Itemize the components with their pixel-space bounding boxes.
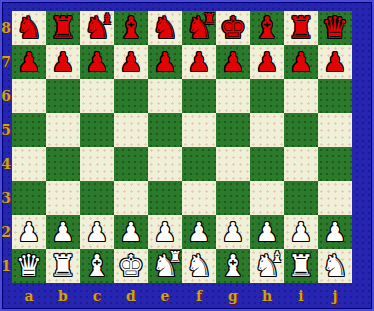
piece-white-king[interactable]: ♚ (114, 249, 148, 283)
square-c4[interactable] (80, 147, 114, 181)
square-j8[interactable]: ♛ (318, 11, 352, 45)
rank-label-6: 6 (0, 79, 12, 113)
square-g4[interactable] (216, 147, 250, 181)
file-label-d: d (114, 286, 148, 306)
square-h7[interactable]: ♟ (250, 45, 284, 79)
square-a6[interactable] (12, 79, 46, 113)
square-i2[interactable]: ♟ (284, 215, 318, 249)
piece-white-rook[interactable]: ♜ (284, 249, 318, 283)
square-j5[interactable] (318, 113, 352, 147)
square-g6[interactable] (216, 79, 250, 113)
square-e5[interactable] (148, 113, 182, 147)
square-f6[interactable] (182, 79, 216, 113)
square-d6[interactable] (114, 79, 148, 113)
square-g5[interactable] (216, 113, 250, 147)
square-f3[interactable] (182, 181, 216, 215)
square-b7[interactable]: ♟ (46, 45, 80, 79)
square-e1[interactable]: ♞♜ (148, 249, 182, 283)
square-d5[interactable] (114, 113, 148, 147)
piece-white-pawn[interactable]: ♟ (284, 215, 318, 249)
piece-white-bishop[interactable]: ♝ (216, 249, 250, 283)
piece-red-pawn[interactable]: ♟ (46, 45, 80, 79)
piece-red-pawn[interactable]: ♟ (250, 45, 284, 79)
square-a7[interactable]: ♟ (12, 45, 46, 79)
square-f4[interactable] (182, 147, 216, 181)
square-d8[interactable]: ♝ (114, 11, 148, 45)
square-b5[interactable] (46, 113, 80, 147)
rook-emblem-icon: ♜ (203, 12, 216, 27)
piece-white-knight[interactable]: ♞ (318, 249, 352, 283)
square-j7[interactable]: ♟ (318, 45, 352, 79)
square-i6[interactable] (284, 79, 318, 113)
square-a4[interactable] (12, 147, 46, 181)
file-label-c: c (80, 286, 114, 306)
rank-label-8: 8 (0, 11, 12, 45)
square-d1[interactable]: ♚ (114, 249, 148, 283)
square-d4[interactable] (114, 147, 148, 181)
piece-white-pawn[interactable]: ♟ (182, 215, 216, 249)
bishop-emblem-icon: ♝ (271, 250, 284, 265)
square-c7[interactable]: ♟ (80, 45, 114, 79)
square-h8[interactable]: ♝ (250, 11, 284, 45)
piece-red-pawn[interactable]: ♟ (148, 45, 182, 79)
rook-emblem-icon: ♜ (169, 250, 182, 265)
piece-red-pawn[interactable]: ♟ (12, 45, 46, 79)
bishop-emblem-icon: ♝ (101, 12, 114, 27)
square-h3[interactable] (250, 181, 284, 215)
square-f2[interactable]: ♟ (182, 215, 216, 249)
square-b3[interactable] (46, 181, 80, 215)
square-c8[interactable]: ♞♝ (80, 11, 114, 45)
square-g2[interactable]: ♟ (216, 215, 250, 249)
square-h1[interactable]: ♞♝ (250, 249, 284, 283)
piece-red-rook[interactable]: ♜ (46, 11, 80, 45)
square-h5[interactable] (250, 113, 284, 147)
square-e6[interactable] (148, 79, 182, 113)
square-i3[interactable] (284, 181, 318, 215)
square-e3[interactable] (148, 181, 182, 215)
piece-white-pawn[interactable]: ♟ (318, 215, 352, 249)
square-g1[interactable]: ♝ (216, 249, 250, 283)
square-c6[interactable] (80, 79, 114, 113)
square-h4[interactable] (250, 147, 284, 181)
piece-red-pawn[interactable]: ♟ (80, 45, 114, 79)
square-b2[interactable]: ♟ (46, 215, 80, 249)
square-c3[interactable] (80, 181, 114, 215)
square-a2[interactable]: ♟ (12, 215, 46, 249)
square-i1[interactable]: ♜ (284, 249, 318, 283)
piece-white-pawn[interactable]: ♟ (46, 215, 80, 249)
file-label-h: h (250, 286, 284, 306)
file-label-f: f (182, 286, 216, 306)
square-e2[interactable]: ♟ (148, 215, 182, 249)
rank-label-5: 5 (0, 113, 12, 147)
square-f1[interactable]: ♞ (182, 249, 216, 283)
piece-white-knight[interactable]: ♞ (182, 249, 216, 283)
square-a3[interactable] (12, 181, 46, 215)
square-h6[interactable] (250, 79, 284, 113)
piece-red-king[interactable]: ♚ (216, 11, 250, 45)
square-i5[interactable] (284, 113, 318, 147)
piece-red-knight[interactable]: ♞ (12, 11, 46, 45)
file-label-g: g (216, 286, 250, 306)
piece-red-pawn[interactable]: ♟ (284, 45, 318, 79)
piece-white-pawn[interactable]: ♟ (114, 215, 148, 249)
piece-red-pawn[interactable]: ♟ (114, 45, 148, 79)
square-c5[interactable] (80, 113, 114, 147)
piece-red-chancellor[interactable]: ♞♜ (182, 11, 216, 45)
piece-white-pawn[interactable]: ♟ (148, 215, 182, 249)
square-e8[interactable]: ♞ (148, 11, 182, 45)
piece-white-pawn[interactable]: ♟ (80, 215, 114, 249)
file-label-b: b (46, 286, 80, 306)
square-j2[interactable]: ♟ (318, 215, 352, 249)
square-b6[interactable] (46, 79, 80, 113)
piece-red-bishop[interactable]: ♝ (114, 11, 148, 45)
square-f7[interactable]: ♟ (182, 45, 216, 79)
square-b4[interactable] (46, 147, 80, 181)
square-e7[interactable]: ♟ (148, 45, 182, 79)
square-a8[interactable]: ♞ (12, 11, 46, 45)
file-label-j: j (318, 286, 352, 306)
piece-white-chancellor[interactable]: ♞♜ (148, 249, 182, 283)
board-frame: 87654321 ♞♜♞♝♝♞♞♜♚♝♜♛♟♟♟♟♟♟♟♟♟♟♟♟♟♟♟♟♟♟♟… (0, 0, 374, 311)
rank-label-1: 1 (0, 249, 12, 283)
square-b8[interactable]: ♜ (46, 11, 80, 45)
square-j1[interactable]: ♞ (318, 249, 352, 283)
piece-red-pawn[interactable]: ♟ (182, 45, 216, 79)
square-a5[interactable] (12, 113, 46, 147)
piece-white-archbishop[interactable]: ♞♝ (250, 249, 284, 283)
piece-red-archbishop[interactable]: ♞♝ (80, 11, 114, 45)
piece-white-pawn[interactable]: ♟ (12, 215, 46, 249)
piece-white-pawn[interactable]: ♟ (250, 215, 284, 249)
square-g8[interactable]: ♚ (216, 11, 250, 45)
square-d3[interactable] (114, 181, 148, 215)
file-label-e: e (148, 286, 182, 306)
square-f8[interactable]: ♞♜ (182, 11, 216, 45)
piece-white-pawn[interactable]: ♟ (216, 215, 250, 249)
piece-red-rook[interactable]: ♜ (284, 11, 318, 45)
square-b1[interactable]: ♜ (46, 249, 80, 283)
square-g7[interactable]: ♟ (216, 45, 250, 79)
rank-label-4: 4 (0, 147, 12, 181)
piece-white-queen[interactable]: ♛ (12, 249, 46, 283)
rank-label-7: 7 (0, 45, 12, 79)
square-j6[interactable] (318, 79, 352, 113)
square-j4[interactable] (318, 147, 352, 181)
file-label-a: a (12, 286, 46, 306)
piece-red-pawn[interactable]: ♟ (318, 45, 352, 79)
square-a1[interactable]: ♛ (12, 249, 46, 283)
rank-label-3: 3 (0, 181, 12, 215)
square-c2[interactable]: ♟ (80, 215, 114, 249)
piece-red-knight[interactable]: ♞ (148, 11, 182, 45)
file-label-i: i (284, 286, 318, 306)
square-h2[interactable]: ♟ (250, 215, 284, 249)
piece-red-queen[interactable]: ♛ (318, 11, 352, 45)
rank-label-2: 2 (0, 215, 12, 249)
square-j3[interactable] (318, 181, 352, 215)
square-e4[interactable] (148, 147, 182, 181)
piece-red-pawn[interactable]: ♟ (216, 45, 250, 79)
piece-white-bishop[interactable]: ♝ (80, 249, 114, 283)
square-d7[interactable]: ♟ (114, 45, 148, 79)
board: ♞♜♞♝♝♞♞♜♚♝♜♛♟♟♟♟♟♟♟♟♟♟♟♟♟♟♟♟♟♟♟♟♛♜♝♚♞♜♞♝… (12, 11, 352, 283)
piece-white-rook[interactable]: ♜ (46, 249, 80, 283)
square-i8[interactable]: ♜ (284, 11, 318, 45)
square-i7[interactable]: ♟ (284, 45, 318, 79)
square-f5[interactable] (182, 113, 216, 147)
square-c1[interactable]: ♝ (80, 249, 114, 283)
square-d2[interactable]: ♟ (114, 215, 148, 249)
square-i4[interactable] (284, 147, 318, 181)
piece-red-bishop[interactable]: ♝ (250, 11, 284, 45)
square-g3[interactable] (216, 181, 250, 215)
